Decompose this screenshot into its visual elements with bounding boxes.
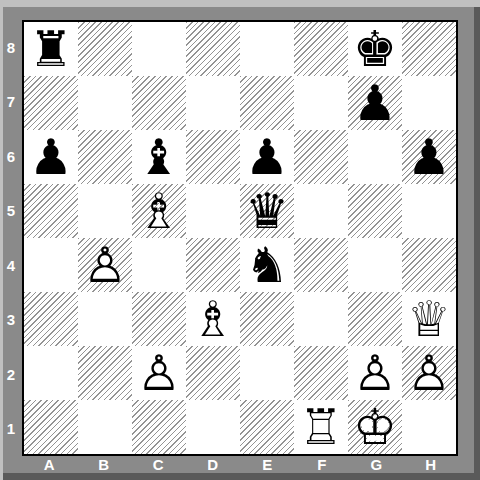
square-h3[interactable]: ♛♕ [402,292,456,346]
square-b3[interactable] [78,292,132,346]
piece-glyph: ♜ [24,22,78,76]
piece-glyph: ♟ [240,130,294,184]
square-h6[interactable]: ♟ [402,130,456,184]
piece-white-queen[interactable]: ♛♕ [402,292,456,346]
square-a1[interactable] [24,400,78,454]
piece-black-knight[interactable]: ♞ [240,238,294,292]
square-c2[interactable]: ♟♙ [132,346,186,400]
rank-label-5: 5 [0,184,22,239]
square-c5[interactable]: ♝♗ [132,184,186,238]
piece-white-pawn[interactable]: ♟♙ [402,346,456,400]
file-label-c: C [131,455,186,474]
rank-label-7: 7 [0,75,22,130]
square-f5[interactable] [294,184,348,238]
square-g2[interactable]: ♟♙ [348,346,402,400]
piece-glyph: ♗ [186,292,240,346]
square-d7[interactable] [186,76,240,130]
square-d5[interactable] [186,184,240,238]
square-h2[interactable]: ♟♙ [402,346,456,400]
square-g3[interactable] [348,292,402,346]
rank-label-1: 1 [0,402,22,457]
square-a6[interactable]: ♟ [24,130,78,184]
square-c7[interactable] [132,76,186,130]
piece-glyph: ♕ [402,292,456,346]
piece-black-pawn[interactable]: ♟ [348,76,402,130]
square-h1[interactable] [402,400,456,454]
square-d1[interactable] [186,400,240,454]
piece-glyph: ♙ [348,346,402,400]
square-c1[interactable] [132,400,186,454]
file-label-b: B [77,455,132,474]
file-labels: ABCDEFGH [22,455,458,474]
piece-white-pawn[interactable]: ♟♙ [78,238,132,292]
square-g1[interactable]: ♚♔ [348,400,402,454]
file-label-h: H [404,455,459,474]
file-label-d: D [186,455,241,474]
piece-glyph: ♛ [240,184,294,238]
square-e8[interactable] [240,22,294,76]
square-f3[interactable] [294,292,348,346]
square-e4[interactable]: ♞ [240,238,294,292]
square-c4[interactable] [132,238,186,292]
piece-glyph: ♙ [402,346,456,400]
square-d2[interactable] [186,346,240,400]
file-label-g: G [349,455,404,474]
square-c8[interactable] [132,22,186,76]
square-b8[interactable] [78,22,132,76]
square-a4[interactable] [24,238,78,292]
square-e5[interactable]: ♛ [240,184,294,238]
file-label-e: E [240,455,295,474]
square-d6[interactable] [186,130,240,184]
square-d3[interactable]: ♝♗ [186,292,240,346]
piece-black-queen[interactable]: ♛ [240,184,294,238]
square-h4[interactable] [402,238,456,292]
rank-label-6: 6 [0,129,22,184]
piece-white-bishop[interactable]: ♝♗ [186,292,240,346]
file-label-f: F [295,455,350,474]
square-h8[interactable] [402,22,456,76]
square-e6[interactable]: ♟ [240,130,294,184]
square-a5[interactable] [24,184,78,238]
piece-glyph: ♝ [132,130,186,184]
piece-glyph: ♖ [294,400,348,454]
piece-glyph: ♙ [78,238,132,292]
square-g5[interactable] [348,184,402,238]
rank-label-4: 4 [0,238,22,293]
square-e2[interactable] [240,346,294,400]
square-h7[interactable] [402,76,456,130]
square-g4[interactable] [348,238,402,292]
square-a2[interactable] [24,346,78,400]
square-a7[interactable] [24,76,78,130]
piece-black-pawn[interactable]: ♟ [240,130,294,184]
piece-black-pawn[interactable]: ♟ [24,130,78,184]
square-a3[interactable] [24,292,78,346]
square-f2[interactable] [294,346,348,400]
square-f6[interactable] [294,130,348,184]
file-label-a: A [22,455,77,474]
square-a8[interactable]: ♜ [24,22,78,76]
board-frame: 87654321 ♜♚♟♟♝♟♟♝♗♛♟♙♞♝♗♛♕♟♙♟♙♟♙♜♖♚♔ ABC… [0,0,480,480]
rank-label-2: 2 [0,347,22,402]
square-f8[interactable] [294,22,348,76]
piece-white-pawn[interactable]: ♟♙ [348,346,402,400]
square-e3[interactable] [240,292,294,346]
square-g7[interactable]: ♟ [348,76,402,130]
square-f7[interactable] [294,76,348,130]
square-c6[interactable]: ♝ [132,130,186,184]
piece-glyph: ♟ [24,130,78,184]
square-b7[interactable] [78,76,132,130]
rank-label-3: 3 [0,293,22,348]
square-b1[interactable] [78,400,132,454]
piece-glyph: ♞ [240,238,294,292]
chess-board: ♜♚♟♟♝♟♟♝♗♛♟♙♞♝♗♛♕♟♙♟♙♟♙♜♖♚♔ [22,20,458,456]
square-b4[interactable]: ♟♙ [78,238,132,292]
square-g8[interactable]: ♚ [348,22,402,76]
piece-glyph: ♚ [348,22,402,76]
square-e7[interactable] [240,76,294,130]
square-b6[interactable] [78,130,132,184]
piece-glyph: ♟ [348,76,402,130]
piece-glyph: ♙ [132,346,186,400]
square-b5[interactable] [78,184,132,238]
piece-black-king[interactable]: ♚ [348,22,402,76]
piece-glyph: ♗ [132,184,186,238]
piece-white-rook[interactable]: ♜♖ [294,400,348,454]
square-d8[interactable] [186,22,240,76]
square-f1[interactable]: ♜♖ [294,400,348,454]
piece-white-pawn[interactable]: ♟♙ [132,346,186,400]
piece-glyph: ♔ [348,400,402,454]
square-c3[interactable] [132,292,186,346]
rank-labels: 87654321 [0,20,22,456]
square-f4[interactable] [294,238,348,292]
piece-glyph: ♟ [402,130,456,184]
piece-black-bishop[interactable]: ♝ [132,130,186,184]
piece-black-pawn[interactable]: ♟ [402,130,456,184]
square-h5[interactable] [402,184,456,238]
piece-white-bishop[interactable]: ♝♗ [132,184,186,238]
square-g6[interactable] [348,130,402,184]
piece-white-king[interactable]: ♚♔ [348,400,402,454]
square-d4[interactable] [186,238,240,292]
piece-black-rook[interactable]: ♜ [24,22,78,76]
square-b2[interactable] [78,346,132,400]
rank-label-8: 8 [0,20,22,75]
square-e1[interactable] [240,400,294,454]
